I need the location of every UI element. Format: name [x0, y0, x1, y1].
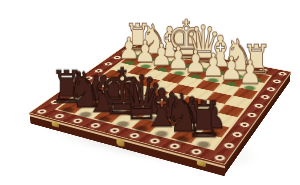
black-r-glyph: ♜ — [175, 95, 233, 144]
brass-hinge-left — [52, 121, 60, 128]
brass-hinge-right — [196, 160, 205, 167]
square-a8: ♜ — [192, 133, 221, 149]
product-photo-scene: ♜♞♝♚♛♝♞♜♟♟♟♟♟♟♟♟♟♟♟♟♟♟♟♟♜♞♝♚♛♝♞♜ — [0, 0, 300, 185]
brass-clasp — [116, 137, 124, 147]
square-a2: ♟ — [240, 80, 264, 91]
piece-black-rook: ♜ — [172, 137, 237, 154]
white-p-glyph: ♟ — [225, 55, 274, 88]
